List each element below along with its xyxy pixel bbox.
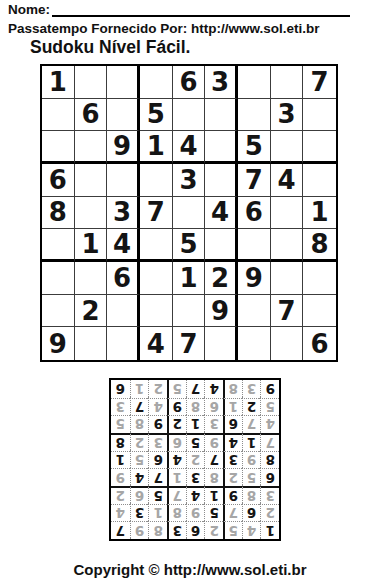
- solution-cell-r6c1: 7: [260, 433, 279, 451]
- puzzle-cell-r7c6: 2: [205, 262, 238, 295]
- puzzle-cell-r7c9: [303, 262, 336, 295]
- puzzle-cell-r1c1: 1: [42, 66, 75, 99]
- puzzle-cell-r8c1: [42, 295, 75, 328]
- puzzle-cell-r4c1: 6: [42, 164, 75, 197]
- solution-cell-r6c5: 5: [186, 433, 205, 451]
- puzzle-cell-r3c1: [42, 131, 75, 164]
- puzzle-cell-r5c8: [271, 197, 304, 230]
- solution-cell-r5c3: 3: [223, 451, 242, 469]
- solution-cell-r7c3: 6: [223, 415, 242, 433]
- puzzle-cell-r6c3: 4: [107, 229, 140, 262]
- puzzle-cell-r3c5: 4: [173, 131, 206, 164]
- page-title: Sudoku Nível Fácil.: [30, 37, 190, 58]
- solution-cell-r7c7: 9: [148, 415, 167, 433]
- puzzle-cell-r9c7: [238, 327, 271, 360]
- solution-cell-r1c6: 3: [167, 521, 186, 539]
- solution-cell-r6c8: 2: [130, 433, 149, 451]
- provider-text: Passatempo Fornecido Por: http://www.sol…: [8, 21, 320, 36]
- puzzle-cell-r5c4: 7: [140, 197, 173, 230]
- puzzle-cell-r7c5: 1: [173, 262, 206, 295]
- puzzle-cell-r4c2: [75, 164, 108, 197]
- puzzle-cell-r1c3: [107, 66, 140, 99]
- puzzle-cell-r7c1: [42, 262, 75, 295]
- sudoku-puzzle-grid: 163765391456374837461145861292979476: [40, 64, 338, 362]
- solution-cell-r3c1: 3: [260, 486, 279, 504]
- solution-cell-r2c1: 2: [260, 504, 279, 522]
- solution-cell-r5c4: 7: [204, 451, 223, 469]
- solution-cell-r2c3: 7: [223, 504, 242, 522]
- puzzle-cell-r9c2: [75, 327, 108, 360]
- solution-cell-r5c7: 6: [148, 451, 167, 469]
- solution-cell-r1c5: 6: [186, 521, 205, 539]
- solution-cell-r3c7: 5: [148, 486, 167, 504]
- puzzle-cell-r6c1: [42, 229, 75, 262]
- solution-cell-r4c7: 7: [148, 468, 167, 486]
- solution-cell-r8c4: 6: [204, 398, 223, 416]
- puzzle-cell-r6c5: 5: [173, 229, 206, 262]
- puzzle-cell-r2c4: 5: [140, 99, 173, 132]
- solution-cell-r4c1: 6: [260, 468, 279, 486]
- puzzle-cell-r9c6: [205, 327, 238, 360]
- solution-cell-r8c7: 4: [148, 398, 167, 416]
- solution-cell-r3c8: 6: [130, 486, 149, 504]
- solution-cell-r8c5: 8: [186, 398, 205, 416]
- solution-cell-r9c5: 7: [186, 380, 205, 398]
- puzzle-cell-r4c9: [303, 164, 336, 197]
- solution-cell-r7c8: 8: [130, 415, 149, 433]
- solution-cell-r7c9: 5: [111, 415, 130, 433]
- solution-cell-r4c2: 5: [242, 468, 261, 486]
- puzzle-cell-r8c5: [173, 295, 206, 328]
- puzzle-cell-r7c4: [140, 262, 173, 295]
- solution-cell-r5c5: 2: [186, 451, 205, 469]
- puzzle-cell-r9c8: [271, 327, 304, 360]
- solution-cell-r6c4: 9: [204, 433, 223, 451]
- puzzle-cell-r2c9: [303, 99, 336, 132]
- puzzle-cell-r1c9: 7: [303, 66, 336, 99]
- sudoku-solution-grid-rotated: 1452638972675981343891475626528317498937…: [109, 378, 281, 541]
- solution-cell-r9c8: 1: [130, 380, 149, 398]
- solution-cell-r5c1: 8: [260, 451, 279, 469]
- solution-cell-r9c2: 3: [242, 380, 261, 398]
- puzzle-cell-r6c8: [271, 229, 304, 262]
- solution-cell-r4c8: 4: [130, 468, 149, 486]
- puzzle-cell-r2c6: [205, 99, 238, 132]
- solution-cell-r3c4: 1: [204, 486, 223, 504]
- puzzle-cell-r5c7: 6: [238, 197, 271, 230]
- puzzle-cell-r5c1: 8: [42, 197, 75, 230]
- puzzle-cell-r9c1: 9: [42, 327, 75, 360]
- solution-cell-r9c4: 4: [204, 380, 223, 398]
- solution-cell-r3c5: 4: [186, 486, 205, 504]
- solution-cell-r6c9: 8: [111, 433, 130, 451]
- solution-cell-r2c9: 4: [111, 504, 130, 522]
- puzzle-cell-r2c2: 6: [75, 99, 108, 132]
- puzzle-cell-r6c6: [205, 229, 238, 262]
- solution-cell-r5c6: 4: [167, 451, 186, 469]
- solution-cell-r9c9: 6: [111, 380, 130, 398]
- solution-cell-r9c3: 8: [223, 380, 242, 398]
- puzzle-cell-r4c4: [140, 164, 173, 197]
- solution-cell-r4c6: 1: [167, 468, 186, 486]
- name-row: Nome:: [8, 2, 350, 17]
- solution-cell-r5c8: 5: [130, 451, 149, 469]
- solution-cell-r8c3: 1: [223, 398, 242, 416]
- puzzle-cell-r3c9: [303, 131, 336, 164]
- puzzle-cell-r6c2: 1: [75, 229, 108, 262]
- solution-cell-r1c2: 4: [242, 521, 261, 539]
- puzzle-cell-r5c6: 4: [205, 197, 238, 230]
- solution-cell-r6c2: 1: [242, 433, 261, 451]
- solution-cell-r4c9: 9: [111, 468, 130, 486]
- solution-cell-r2c6: 8: [167, 504, 186, 522]
- solution-cell-r7c4: 3: [204, 415, 223, 433]
- solution-cell-r7c6: 2: [167, 415, 186, 433]
- sudoku-print-page: Nome: Passatempo Fornecido Por: http://w…: [0, 0, 380, 585]
- puzzle-cell-r7c8: [271, 262, 304, 295]
- solution-cell-r6c7: 3: [148, 433, 167, 451]
- solution-cell-r7c1: 4: [260, 415, 279, 433]
- puzzle-cell-r1c6: 3: [205, 66, 238, 99]
- puzzle-cell-r4c3: [107, 164, 140, 197]
- puzzle-cell-r7c3: 6: [107, 262, 140, 295]
- puzzle-cell-r2c8: 3: [271, 99, 304, 132]
- puzzle-cell-r8c3: [107, 295, 140, 328]
- puzzle-cell-r6c4: [140, 229, 173, 262]
- puzzle-cell-r8c2: 2: [75, 295, 108, 328]
- puzzle-cell-r4c6: [205, 164, 238, 197]
- solution-cell-r8c8: 7: [130, 398, 149, 416]
- solution-cell-r4c4: 8: [204, 468, 223, 486]
- solution-cell-r1c4: 2: [204, 521, 223, 539]
- solution-cell-r2c7: 1: [148, 504, 167, 522]
- solution-cell-r1c1: 1: [260, 521, 279, 539]
- solution-cell-r8c2: 2: [242, 398, 261, 416]
- solution-cell-r6c3: 4: [223, 433, 242, 451]
- solution-cell-r8c1: 5: [260, 398, 279, 416]
- puzzle-cell-r5c5: [173, 197, 206, 230]
- solution-cell-r2c2: 6: [242, 504, 261, 522]
- solution-cell-r8c9: 3: [111, 398, 130, 416]
- puzzle-cell-r7c7: 9: [238, 262, 271, 295]
- solution-cell-r1c7: 8: [148, 521, 167, 539]
- puzzle-cell-r9c5: 7: [173, 327, 206, 360]
- solution-cell-r3c9: 2: [111, 486, 130, 504]
- puzzle-cell-r3c2: [75, 131, 108, 164]
- puzzle-cell-r8c4: [140, 295, 173, 328]
- solution-cell-r3c3: 9: [223, 486, 242, 504]
- puzzle-cell-r1c4: [140, 66, 173, 99]
- solution-cell-r6c6: 6: [167, 433, 186, 451]
- solution-cell-r2c4: 5: [204, 504, 223, 522]
- puzzle-cell-r2c7: [238, 99, 271, 132]
- solution-cell-r2c5: 9: [186, 504, 205, 522]
- puzzle-cell-r6c9: 8: [303, 229, 336, 262]
- puzzle-cell-r3c7: 5: [238, 131, 271, 164]
- puzzle-cell-r5c2: [75, 197, 108, 230]
- solution-cell-r3c6: 7: [167, 486, 186, 504]
- puzzle-cell-r8c8: 7: [271, 295, 304, 328]
- solution-cell-r5c2: 9: [242, 451, 261, 469]
- puzzle-cell-r1c8: [271, 66, 304, 99]
- puzzle-cell-r5c9: 1: [303, 197, 336, 230]
- puzzle-cell-r8c6: 9: [205, 295, 238, 328]
- solution-cell-r9c6: 5: [167, 380, 186, 398]
- solution-cell-r1c8: 9: [130, 521, 149, 539]
- puzzle-cell-r8c9: [303, 295, 336, 328]
- puzzle-cell-r9c3: [107, 327, 140, 360]
- solution-cell-r7c2: 7: [242, 415, 261, 433]
- puzzle-cell-r3c8: [271, 131, 304, 164]
- puzzle-cell-r8c7: [238, 295, 271, 328]
- puzzle-cell-r3c3: 9: [107, 131, 140, 164]
- name-blank-line: [52, 2, 350, 17]
- puzzle-cell-r3c6: [205, 131, 238, 164]
- puzzle-cell-r9c9: 6: [303, 327, 336, 360]
- puzzle-cell-r5c3: 3: [107, 197, 140, 230]
- puzzle-cell-r6c7: [238, 229, 271, 262]
- copyright-text: Copyright © http://www.sol.eti.br: [0, 561, 380, 578]
- puzzle-cell-r7c2: [75, 262, 108, 295]
- puzzle-cell-r3c4: 1: [140, 131, 173, 164]
- solution-cell-r1c9: 7: [111, 521, 130, 539]
- puzzle-cell-r2c5: [173, 99, 206, 132]
- solution-cell-r9c1: 9: [260, 380, 279, 398]
- puzzle-cell-r2c1: [42, 99, 75, 132]
- puzzle-cell-r1c7: [238, 66, 271, 99]
- puzzle-cell-r4c8: 4: [271, 164, 304, 197]
- name-label: Nome:: [8, 2, 50, 17]
- solution-cell-r5c9: 1: [111, 451, 130, 469]
- puzzle-cell-r4c5: 3: [173, 164, 206, 197]
- solution-cell-r3c2: 8: [242, 486, 261, 504]
- puzzle-cell-r9c4: 4: [140, 327, 173, 360]
- puzzle-cell-r2c3: [107, 99, 140, 132]
- solution-cell-r8c6: 9: [167, 398, 186, 416]
- solution-cell-r2c8: 3: [130, 504, 149, 522]
- solution-cell-r1c3: 5: [223, 521, 242, 539]
- puzzle-cell-r1c5: 6: [173, 66, 206, 99]
- solution-cell-r9c7: 2: [148, 380, 167, 398]
- puzzle-cell-r1c2: [75, 66, 108, 99]
- solution-cell-r4c3: 2: [223, 468, 242, 486]
- solution-cell-r4c5: 3: [186, 468, 205, 486]
- puzzle-cell-r4c7: 7: [238, 164, 271, 197]
- solution-cell-r7c5: 1: [186, 415, 205, 433]
